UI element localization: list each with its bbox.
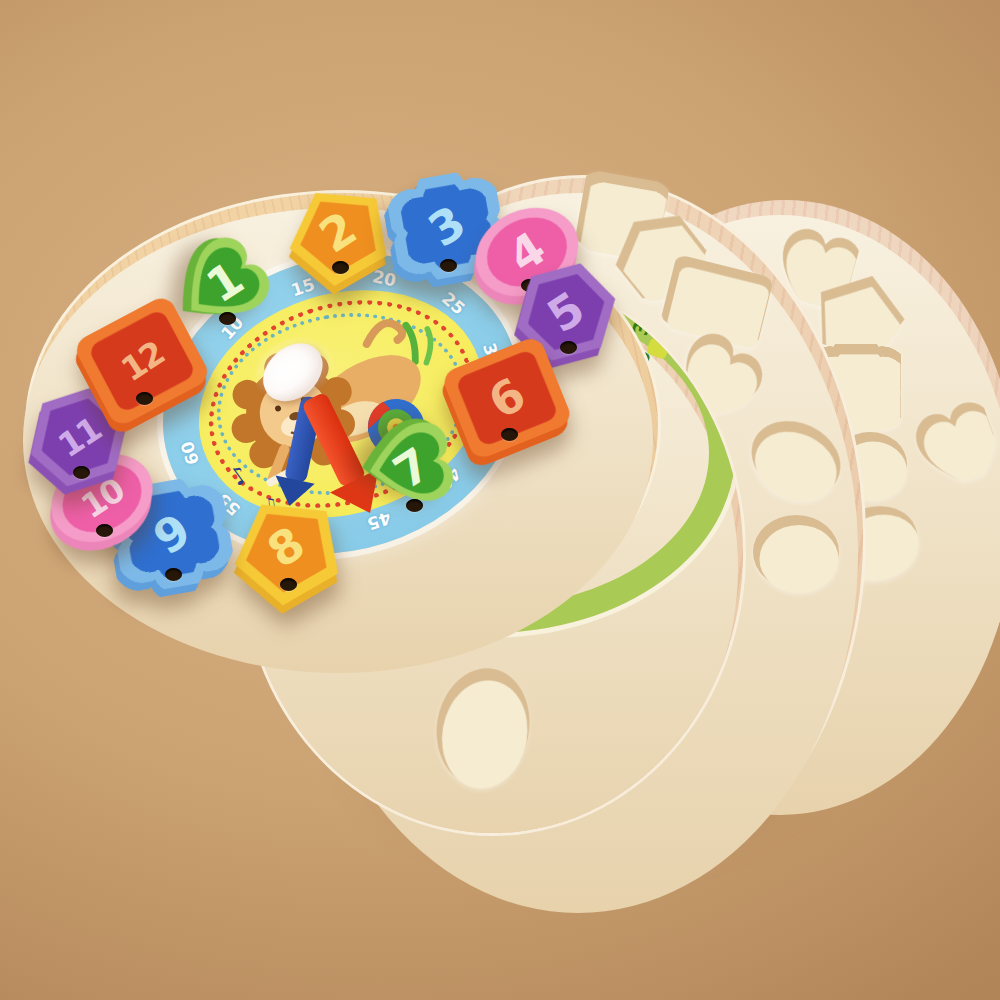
bead-string-hole [440,259,457,272]
bead-hour-2[interactable]: 2 [288,187,388,277]
bead-hour-7[interactable]: 7 [358,419,466,517]
empty-slot-oval[interactable] [427,661,538,793]
empty-slot-oval[interactable] [739,407,853,511]
bead-hour-6[interactable]: 6 [454,351,560,445]
empty-slot-circle[interactable] [753,515,839,589]
bead-string-hole [219,312,236,325]
empty-slot-heart[interactable] [895,388,1000,493]
bead-string-hole [560,341,577,354]
bead-string-hole [136,392,153,405]
bead-string-hole [332,261,349,274]
bead-string-hole [280,578,297,591]
bead-string-hole [406,499,423,512]
bead-string-hole [501,428,518,441]
bead-string-hole [73,466,90,479]
product-photo-scene: 30 35 5 10 15 20 25 30 35 40 45 50 55 60 [0,0,1000,1000]
bead-string-hole [165,568,182,581]
bead-string-hole [96,524,113,537]
bead-hour-12[interactable]: 12 [88,313,196,409]
